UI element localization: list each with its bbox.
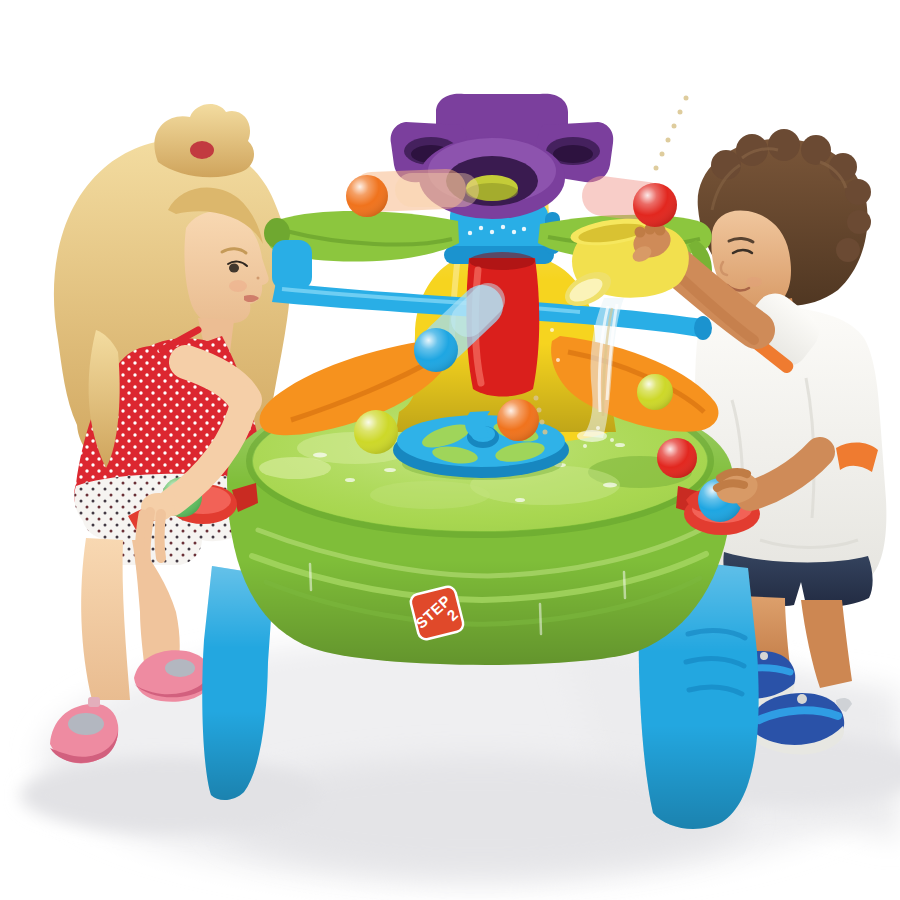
shoe-toggle: [797, 694, 807, 704]
girl-thumb: [159, 493, 177, 507]
shoe-mesh: [165, 659, 195, 677]
girl-cheek: [229, 280, 247, 292]
boy-cheek: [746, 277, 762, 287]
splash: [577, 430, 607, 442]
shoe-mesh: [68, 713, 104, 735]
blue-ramp-endcap: [694, 316, 712, 340]
product-photo: STEP 2: [0, 0, 900, 900]
girl-finger: [160, 514, 162, 558]
girl-hair-tie: [190, 141, 214, 159]
shoe-toggle: [760, 652, 768, 660]
girl-finger: [139, 514, 143, 572]
girl-eye: [229, 264, 239, 273]
boy-finger: [717, 483, 744, 488]
girl-nostril: [257, 277, 260, 280]
scene-svg: STEP 2: [0, 0, 900, 900]
shoe-heel-tab: [88, 697, 100, 707]
